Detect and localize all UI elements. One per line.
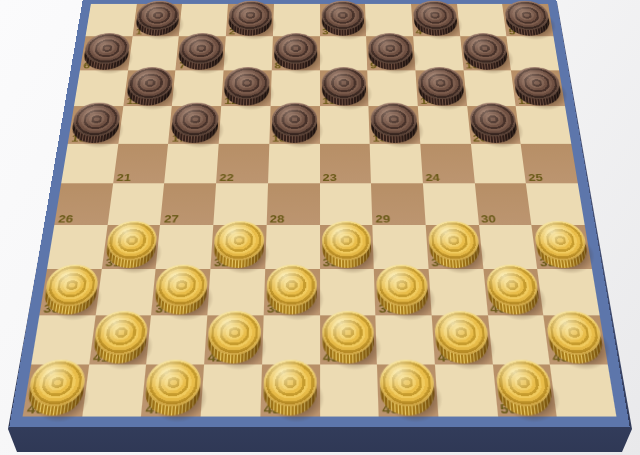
piece-top xyxy=(376,265,429,306)
white-man-45[interactable] xyxy=(544,315,608,364)
piece-top xyxy=(321,1,364,30)
piece-slot xyxy=(320,4,367,37)
black-man-4[interactable] xyxy=(411,4,460,37)
piece-slot xyxy=(61,144,118,184)
piece-slot xyxy=(141,364,204,416)
black-man-20[interactable] xyxy=(467,106,521,144)
piece-slot xyxy=(463,70,516,106)
piece-slot xyxy=(521,144,578,184)
black-man-14[interactable] xyxy=(415,70,466,106)
piece-slot xyxy=(374,269,432,315)
scene: 1234567891011121314151617181920212223242… xyxy=(0,0,640,455)
piece-slot xyxy=(371,183,425,225)
piece-slot xyxy=(320,183,373,225)
piece-slot xyxy=(68,106,123,144)
white-man-39[interactable] xyxy=(374,269,432,315)
white-man-49[interactable] xyxy=(377,364,438,416)
white-man-32[interactable] xyxy=(211,225,267,269)
piece-slot xyxy=(89,315,152,364)
piece-slot xyxy=(172,70,223,106)
piece-slot xyxy=(47,225,107,269)
piece-slot xyxy=(176,36,226,70)
black-man-10[interactable] xyxy=(460,36,511,70)
white-man-50[interactable] xyxy=(492,364,557,416)
piece-slot xyxy=(435,364,498,416)
piece-slot xyxy=(204,315,263,364)
piece-slot xyxy=(488,315,551,364)
black-man-3[interactable] xyxy=(320,4,367,37)
piece-slot xyxy=(516,106,571,144)
piece-slot xyxy=(420,144,474,184)
piece-slot xyxy=(219,106,271,144)
piece-slot xyxy=(39,269,101,315)
piece-slot xyxy=(426,225,483,269)
black-man-18[interactable] xyxy=(269,106,319,144)
piece-slot xyxy=(367,70,417,106)
black-man-6[interactable] xyxy=(80,36,132,70)
piece-slot xyxy=(320,225,374,269)
piece-slot xyxy=(179,4,228,37)
piece-slot xyxy=(165,144,219,184)
piece-slot xyxy=(107,183,164,225)
piece-slot xyxy=(211,225,267,269)
black-man-1[interactable] xyxy=(132,4,182,37)
piece-slot xyxy=(511,70,565,106)
piece-slot xyxy=(502,4,553,37)
white-man-47[interactable] xyxy=(141,364,204,416)
piece-slot xyxy=(471,144,527,184)
piece-slot xyxy=(492,364,557,416)
piece-top xyxy=(322,311,375,355)
piece-slot xyxy=(95,269,156,315)
piece-slot xyxy=(320,36,368,70)
white-man-42[interactable] xyxy=(204,315,263,364)
piece-slot xyxy=(216,144,269,184)
piece-slot xyxy=(428,269,487,315)
white-man-31[interactable] xyxy=(102,225,161,269)
piece-slot xyxy=(320,144,372,184)
piece-slot xyxy=(147,315,208,364)
piece-slot xyxy=(418,106,471,144)
piece-slot xyxy=(102,225,161,269)
piece-slot xyxy=(224,36,273,70)
piece-top xyxy=(321,67,366,99)
piece-slot xyxy=(273,4,320,37)
black-man-11[interactable] xyxy=(123,70,176,106)
piece-slot xyxy=(260,364,319,416)
piece-slot xyxy=(31,315,95,364)
piece-slot xyxy=(262,315,320,364)
black-man-8[interactable] xyxy=(272,36,320,70)
piece-slot xyxy=(156,225,213,269)
piece-slot xyxy=(268,144,320,184)
piece-slot xyxy=(151,269,210,315)
piece-slot xyxy=(132,4,182,37)
piece-slot xyxy=(544,315,608,364)
white-man-40[interactable] xyxy=(483,269,544,315)
piece-slot xyxy=(369,106,421,144)
piece-slot xyxy=(507,36,559,70)
black-man-17[interactable] xyxy=(168,106,221,144)
pieces-layer xyxy=(23,4,617,417)
piece-slot xyxy=(80,36,132,70)
piece-slot xyxy=(537,269,599,315)
piece-slot xyxy=(168,106,221,144)
piece-slot xyxy=(373,225,429,269)
black-man-5[interactable] xyxy=(502,4,553,37)
piece-slot xyxy=(82,364,147,416)
piece-slot xyxy=(460,36,511,70)
black-man-2[interactable] xyxy=(226,4,274,37)
piece-slot xyxy=(213,183,267,225)
piece-slot xyxy=(265,225,319,269)
white-man-38[interactable] xyxy=(263,269,319,315)
piece-slot xyxy=(377,364,438,416)
piece-top xyxy=(379,360,435,406)
piece-slot xyxy=(366,36,415,70)
piece-top xyxy=(368,33,413,63)
piece-slot xyxy=(411,4,460,37)
white-man-43[interactable] xyxy=(320,315,378,364)
piece-slot xyxy=(226,4,274,37)
white-man-44[interactable] xyxy=(432,315,493,364)
piece-slot xyxy=(320,269,376,315)
piece-slot xyxy=(526,183,585,225)
white-man-41[interactable] xyxy=(89,315,152,364)
white-man-48[interactable] xyxy=(260,364,319,416)
piece-slot xyxy=(74,70,128,106)
piece-slot xyxy=(413,36,463,70)
piece-slot xyxy=(266,183,319,225)
piece-slot xyxy=(320,70,369,106)
white-man-35[interactable] xyxy=(532,225,592,269)
piece-slot xyxy=(457,4,507,37)
piece-slot xyxy=(201,364,262,416)
piece-slot xyxy=(432,315,493,364)
black-man-16[interactable] xyxy=(68,106,123,144)
piece-top xyxy=(322,221,372,260)
white-man-37[interactable] xyxy=(151,269,210,315)
piece-slot xyxy=(320,364,379,416)
piece-slot xyxy=(532,225,592,269)
white-man-33[interactable] xyxy=(320,225,374,269)
piece-slot xyxy=(113,144,169,184)
black-man-9[interactable] xyxy=(366,36,415,70)
piece-slot xyxy=(128,36,179,70)
piece-slot xyxy=(415,70,466,106)
piece-slot xyxy=(365,4,413,37)
draughts-board: 1234567891011121314151617181920212223242… xyxy=(9,0,629,427)
piece-slot xyxy=(479,225,538,269)
piece-slot xyxy=(474,183,531,225)
piece-slot xyxy=(118,106,172,144)
piece-slot xyxy=(270,70,319,106)
piece-slot xyxy=(54,183,113,225)
piece-slot xyxy=(550,364,616,416)
piece-slot xyxy=(263,269,319,315)
black-man-15[interactable] xyxy=(511,70,565,106)
piece-slot xyxy=(272,36,320,70)
piece-slot xyxy=(483,269,544,315)
piece-slot xyxy=(23,364,89,416)
piece-top xyxy=(370,103,417,137)
black-man-13[interactable] xyxy=(320,70,369,106)
white-man-34[interactable] xyxy=(426,225,483,269)
piece-slot xyxy=(467,106,521,144)
black-man-12[interactable] xyxy=(221,70,271,106)
piece-slot xyxy=(207,269,265,315)
piece-slot xyxy=(376,315,435,364)
piece-slot xyxy=(123,70,176,106)
white-man-36[interactable] xyxy=(39,269,101,315)
piece-slot xyxy=(221,70,271,106)
piece-slot xyxy=(86,4,137,37)
black-man-7[interactable] xyxy=(176,36,226,70)
piece-slot xyxy=(370,144,423,184)
piece-slot xyxy=(320,106,370,144)
piece-slot xyxy=(160,183,216,225)
white-man-46[interactable] xyxy=(23,364,89,416)
piece-slot xyxy=(320,315,378,364)
piece-slot xyxy=(423,183,479,225)
black-man-19[interactable] xyxy=(369,106,421,144)
piece-slot xyxy=(269,106,319,144)
